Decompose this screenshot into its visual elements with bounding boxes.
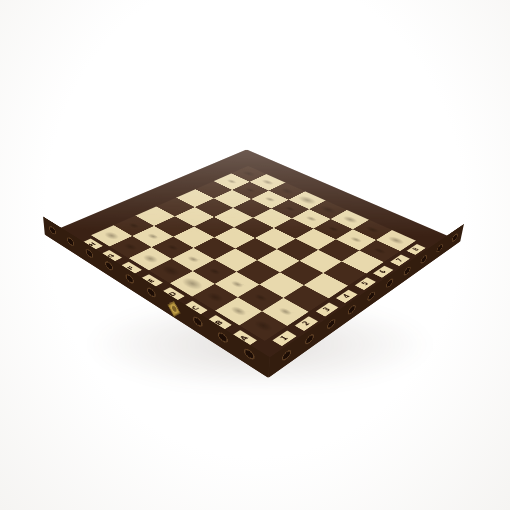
white-pawn-icon: ♟ [347,220,413,252]
black-rook-icon: ♜ [226,275,304,327]
photo-background: H8G7F6E5D4C3B2A1 ♜♞♝♛♚♝♞♜♟♟♟♟♟♟♟♟♟♟♟♟♟♟♟… [0,0,510,510]
scene: H8G7F6E5D4C3B2A1 ♜♞♝♛♚♝♞♜♟♟♟♟♟♟♟♟♟♟♟♟♟♟♟… [35,88,475,388]
board-3d: H8G7F6E5D4C3B2A1 ♜♞♝♛♚♝♞♜♟♟♟♟♟♟♟♟♟♟♟♟♟♟♟… [45,150,460,378]
board-top: H8G7F6E5D4C3B2A1 ♜♞♝♛♚♝♞♜♟♟♟♟♟♟♟♟♟♟♟♟♟♟♟… [45,150,460,378]
clasp [165,295,184,321]
